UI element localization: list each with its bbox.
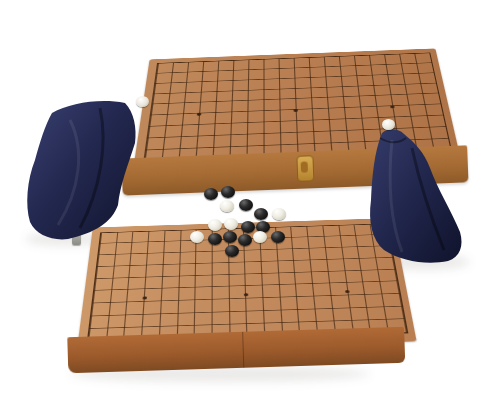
left-stone-bag[interactable] [27,101,135,239]
go-set-product-photo: { "game": "go", "product": "wooden foldi… [0,0,500,419]
stone-bags-overlay [0,0,500,419]
right-stone-bag[interactable] [370,129,461,262]
